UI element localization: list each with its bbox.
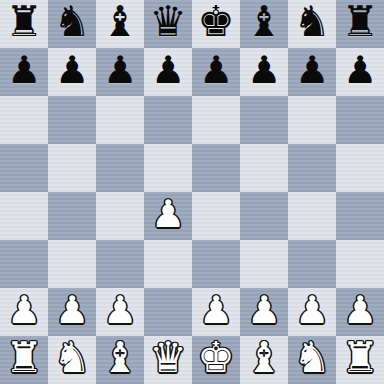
piece-black-pawn[interactable]: ♟ bbox=[103, 46, 137, 94]
square-h4[interactable] bbox=[336, 192, 384, 240]
piece-black-pawn[interactable]: ♟ bbox=[343, 46, 377, 94]
piece-white-pawn[interactable]: ♟ bbox=[151, 190, 185, 238]
square-f8[interactable]: ♝ bbox=[240, 0, 288, 48]
square-c8[interactable]: ♝ bbox=[96, 0, 144, 48]
square-f4[interactable] bbox=[240, 192, 288, 240]
piece-white-pawn[interactable]: ♟ bbox=[199, 286, 233, 334]
square-d1[interactable]: ♛ bbox=[144, 336, 192, 384]
square-h2[interactable]: ♟ bbox=[336, 288, 384, 336]
piece-black-queen[interactable]: ♛ bbox=[149, 0, 187, 46]
square-e8[interactable]: ♚ bbox=[192, 0, 240, 48]
piece-black-pawn[interactable]: ♟ bbox=[199, 46, 233, 94]
square-f5[interactable] bbox=[240, 144, 288, 192]
square-a4[interactable] bbox=[0, 192, 48, 240]
square-c1[interactable]: ♝ bbox=[96, 336, 144, 384]
piece-black-rook[interactable]: ♜ bbox=[5, 0, 43, 46]
square-f2[interactable]: ♟ bbox=[240, 288, 288, 336]
square-a2[interactable]: ♟ bbox=[0, 288, 48, 336]
piece-black-pawn[interactable]: ♟ bbox=[247, 46, 281, 94]
square-c4[interactable] bbox=[96, 192, 144, 240]
piece-black-pawn[interactable]: ♟ bbox=[7, 46, 41, 94]
square-b1[interactable]: ♞ bbox=[48, 336, 96, 384]
square-c2[interactable]: ♟ bbox=[96, 288, 144, 336]
square-g8[interactable]: ♞ bbox=[288, 0, 336, 48]
square-e1[interactable]: ♚ bbox=[192, 336, 240, 384]
square-a1[interactable]: ♜ bbox=[0, 336, 48, 384]
square-d5[interactable] bbox=[144, 144, 192, 192]
square-a7[interactable]: ♟ bbox=[0, 48, 48, 96]
piece-white-rook[interactable]: ♜ bbox=[341, 334, 379, 382]
piece-white-queen[interactable]: ♛ bbox=[149, 334, 187, 382]
piece-white-pawn[interactable]: ♟ bbox=[343, 286, 377, 334]
piece-black-bishop[interactable]: ♝ bbox=[101, 0, 139, 46]
chess-board: ♜♞♝♛♚♝♞♜♟♟♟♟♟♟♟♟♟♟♟♟♟♟♟♟♜♞♝♛♚♝♞♜ bbox=[0, 0, 384, 384]
square-g6[interactable] bbox=[288, 96, 336, 144]
piece-white-pawn[interactable]: ♟ bbox=[295, 286, 329, 334]
square-h5[interactable] bbox=[336, 144, 384, 192]
square-f3[interactable] bbox=[240, 240, 288, 288]
square-b8[interactable]: ♞ bbox=[48, 0, 96, 48]
piece-black-king[interactable]: ♚ bbox=[197, 0, 235, 46]
square-f7[interactable]: ♟ bbox=[240, 48, 288, 96]
piece-black-knight[interactable]: ♞ bbox=[293, 0, 331, 46]
square-c3[interactable] bbox=[96, 240, 144, 288]
square-d8[interactable]: ♛ bbox=[144, 0, 192, 48]
square-g5[interactable] bbox=[288, 144, 336, 192]
square-e2[interactable]: ♟ bbox=[192, 288, 240, 336]
piece-white-knight[interactable]: ♞ bbox=[53, 334, 91, 382]
square-f6[interactable] bbox=[240, 96, 288, 144]
piece-white-pawn[interactable]: ♟ bbox=[247, 286, 281, 334]
piece-white-bishop[interactable]: ♝ bbox=[101, 334, 139, 382]
square-a3[interactable] bbox=[0, 240, 48, 288]
square-b4[interactable] bbox=[48, 192, 96, 240]
piece-black-rook[interactable]: ♜ bbox=[341, 0, 379, 46]
square-e3[interactable] bbox=[192, 240, 240, 288]
square-d3[interactable] bbox=[144, 240, 192, 288]
square-g3[interactable] bbox=[288, 240, 336, 288]
square-d7[interactable]: ♟ bbox=[144, 48, 192, 96]
square-h3[interactable] bbox=[336, 240, 384, 288]
square-b2[interactable]: ♟ bbox=[48, 288, 96, 336]
square-e4[interactable] bbox=[192, 192, 240, 240]
square-b3[interactable] bbox=[48, 240, 96, 288]
square-b5[interactable] bbox=[48, 144, 96, 192]
square-e7[interactable]: ♟ bbox=[192, 48, 240, 96]
piece-white-pawn[interactable]: ♟ bbox=[55, 286, 89, 334]
square-f1[interactable]: ♝ bbox=[240, 336, 288, 384]
square-a5[interactable] bbox=[0, 144, 48, 192]
piece-black-knight[interactable]: ♞ bbox=[53, 0, 91, 46]
square-d2[interactable] bbox=[144, 288, 192, 336]
square-c5[interactable] bbox=[96, 144, 144, 192]
square-g4[interactable] bbox=[288, 192, 336, 240]
square-g2[interactable]: ♟ bbox=[288, 288, 336, 336]
square-a8[interactable]: ♜ bbox=[0, 0, 48, 48]
square-a6[interactable] bbox=[0, 96, 48, 144]
piece-white-king[interactable]: ♚ bbox=[197, 334, 235, 382]
square-d6[interactable] bbox=[144, 96, 192, 144]
piece-white-pawn[interactable]: ♟ bbox=[103, 286, 137, 334]
square-d4[interactable]: ♟ bbox=[144, 192, 192, 240]
square-e6[interactable] bbox=[192, 96, 240, 144]
square-h1[interactable]: ♜ bbox=[336, 336, 384, 384]
piece-white-rook[interactable]: ♜ bbox=[5, 334, 43, 382]
square-c6[interactable] bbox=[96, 96, 144, 144]
piece-white-bishop[interactable]: ♝ bbox=[245, 334, 283, 382]
piece-white-pawn[interactable]: ♟ bbox=[7, 286, 41, 334]
piece-black-pawn[interactable]: ♟ bbox=[295, 46, 329, 94]
piece-black-pawn[interactable]: ♟ bbox=[151, 46, 185, 94]
square-h7[interactable]: ♟ bbox=[336, 48, 384, 96]
piece-black-pawn[interactable]: ♟ bbox=[55, 46, 89, 94]
piece-white-knight[interactable]: ♞ bbox=[293, 334, 331, 382]
square-e5[interactable] bbox=[192, 144, 240, 192]
square-h8[interactable]: ♜ bbox=[336, 0, 384, 48]
square-b7[interactable]: ♟ bbox=[48, 48, 96, 96]
piece-black-bishop[interactable]: ♝ bbox=[245, 0, 283, 46]
square-h6[interactable] bbox=[336, 96, 384, 144]
square-g1[interactable]: ♞ bbox=[288, 336, 336, 384]
square-b6[interactable] bbox=[48, 96, 96, 144]
square-c7[interactable]: ♟ bbox=[96, 48, 144, 96]
square-g7[interactable]: ♟ bbox=[288, 48, 336, 96]
